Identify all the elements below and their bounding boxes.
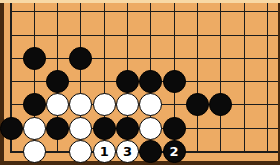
empty-intersection bbox=[162, 47, 185, 70]
empty-intersection bbox=[186, 0, 209, 23]
empty-intersection bbox=[93, 0, 116, 23]
empty-intersection bbox=[256, 47, 279, 70]
empty-intersection bbox=[209, 70, 232, 93]
occupied-intersection bbox=[69, 93, 92, 116]
black-stone bbox=[69, 47, 92, 70]
empty-intersection bbox=[93, 70, 116, 93]
black-stone bbox=[116, 70, 139, 93]
empty-intersection bbox=[162, 93, 185, 116]
empty-intersection bbox=[256, 23, 279, 46]
empty-intersection bbox=[256, 93, 279, 116]
black-stone bbox=[139, 70, 162, 93]
occupied-intersection bbox=[46, 117, 69, 140]
empty-intersection bbox=[0, 93, 23, 116]
occupied-intersection bbox=[69, 140, 92, 163]
empty-intersection bbox=[256, 140, 279, 163]
black-stone bbox=[23, 93, 46, 116]
occupied-intersection bbox=[23, 93, 46, 116]
occupied-intersection bbox=[162, 70, 185, 93]
black-stone bbox=[163, 70, 186, 93]
occupied-intersection bbox=[23, 140, 46, 163]
occupied-intersection bbox=[209, 93, 232, 116]
white-stone-move-1: 1 bbox=[93, 140, 116, 163]
occupied-intersection: 3 bbox=[116, 140, 139, 163]
white-stone bbox=[69, 140, 92, 163]
empty-intersection bbox=[0, 23, 23, 46]
empty-intersection bbox=[69, 0, 92, 23]
empty-intersection bbox=[116, 0, 139, 23]
empty-intersection bbox=[139, 23, 162, 46]
empty-intersection bbox=[232, 23, 255, 46]
empty-intersection bbox=[162, 0, 185, 23]
empty-intersection bbox=[186, 23, 209, 46]
occupied-intersection bbox=[139, 93, 162, 116]
empty-intersection bbox=[116, 23, 139, 46]
empty-intersection bbox=[139, 47, 162, 70]
empty-intersection bbox=[209, 140, 232, 163]
board-grid: 132 bbox=[0, 0, 279, 163]
empty-intersection bbox=[162, 23, 185, 46]
occupied-intersection: 2 bbox=[162, 140, 185, 163]
occupied-intersection bbox=[139, 117, 162, 140]
empty-intersection bbox=[0, 0, 23, 23]
empty-intersection bbox=[186, 117, 209, 140]
black-stone bbox=[186, 93, 209, 116]
occupied-intersection bbox=[139, 70, 162, 93]
black-stone bbox=[116, 117, 139, 140]
empty-intersection bbox=[232, 0, 255, 23]
empty-intersection bbox=[256, 70, 279, 93]
empty-intersection bbox=[46, 47, 69, 70]
occupied-intersection bbox=[93, 93, 116, 116]
black-stone bbox=[46, 117, 69, 140]
black-stone bbox=[0, 117, 23, 140]
empty-intersection bbox=[256, 0, 279, 23]
empty-intersection bbox=[69, 23, 92, 46]
empty-intersection bbox=[256, 117, 279, 140]
empty-intersection bbox=[116, 47, 139, 70]
empty-intersection bbox=[93, 23, 116, 46]
black-stone bbox=[209, 93, 232, 116]
empty-intersection bbox=[209, 23, 232, 46]
white-stone bbox=[116, 93, 139, 116]
occupied-intersection bbox=[139, 140, 162, 163]
black-stone bbox=[139, 140, 162, 163]
white-stone bbox=[139, 117, 162, 140]
white-stone bbox=[23, 117, 46, 140]
empty-intersection bbox=[209, 0, 232, 23]
go-diagram: 132 bbox=[0, 0, 280, 165]
occupied-intersection bbox=[116, 117, 139, 140]
occupied-intersection bbox=[23, 47, 46, 70]
black-stone bbox=[163, 117, 186, 140]
empty-intersection bbox=[69, 70, 92, 93]
occupied-intersection bbox=[0, 117, 23, 140]
empty-intersection bbox=[186, 140, 209, 163]
empty-intersection bbox=[93, 47, 116, 70]
empty-intersection bbox=[232, 140, 255, 163]
white-stone bbox=[93, 93, 116, 116]
occupied-intersection bbox=[69, 47, 92, 70]
empty-intersection bbox=[209, 47, 232, 70]
empty-intersection bbox=[186, 47, 209, 70]
occupied-intersection bbox=[69, 117, 92, 140]
empty-intersection bbox=[46, 140, 69, 163]
empty-intersection bbox=[139, 0, 162, 23]
empty-intersection bbox=[23, 23, 46, 46]
empty-intersection bbox=[46, 0, 69, 23]
empty-intersection bbox=[232, 117, 255, 140]
occupied-intersection bbox=[186, 93, 209, 116]
white-stone bbox=[23, 140, 46, 163]
empty-intersection bbox=[46, 23, 69, 46]
empty-intersection bbox=[232, 47, 255, 70]
empty-intersection bbox=[209, 117, 232, 140]
white-stone bbox=[139, 93, 162, 116]
black-stone bbox=[46, 70, 69, 93]
white-stone-move-3: 3 bbox=[116, 140, 139, 163]
empty-intersection bbox=[232, 70, 255, 93]
occupied-intersection: 1 bbox=[93, 140, 116, 163]
black-stone-move-2: 2 bbox=[163, 140, 186, 163]
empty-intersection bbox=[23, 70, 46, 93]
occupied-intersection bbox=[23, 117, 46, 140]
occupied-intersection bbox=[116, 93, 139, 116]
black-stone bbox=[23, 47, 46, 70]
empty-intersection bbox=[186, 70, 209, 93]
occupied-intersection bbox=[46, 93, 69, 116]
occupied-intersection bbox=[116, 70, 139, 93]
empty-intersection bbox=[23, 0, 46, 23]
empty-intersection bbox=[0, 47, 23, 70]
white-stone bbox=[46, 93, 69, 116]
black-stone bbox=[93, 117, 116, 140]
empty-intersection bbox=[0, 140, 23, 163]
occupied-intersection bbox=[162, 117, 185, 140]
white-stone bbox=[69, 93, 92, 116]
white-stone bbox=[69, 117, 92, 140]
occupied-intersection bbox=[46, 70, 69, 93]
occupied-intersection bbox=[93, 117, 116, 140]
empty-intersection bbox=[0, 70, 23, 93]
empty-intersection bbox=[232, 93, 255, 116]
